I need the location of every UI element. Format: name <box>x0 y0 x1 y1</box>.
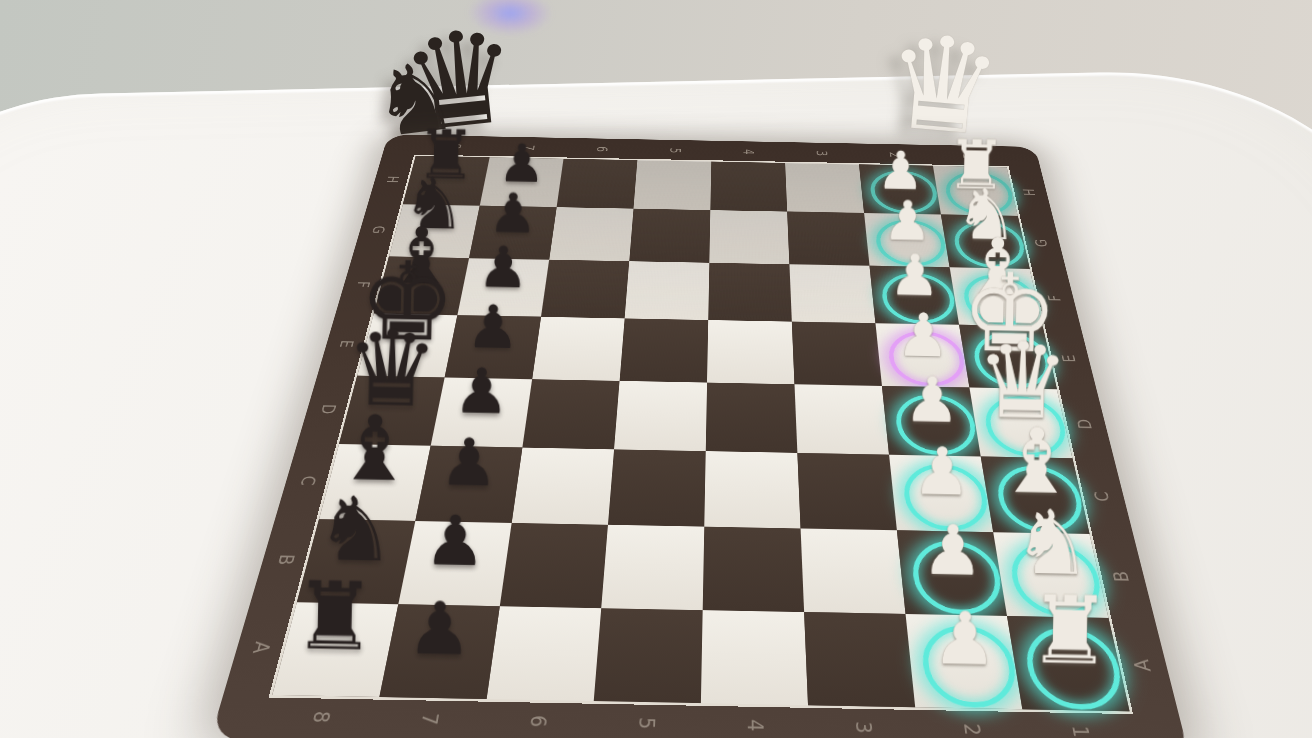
square-a7[interactable]: ♟ <box>379 604 499 699</box>
rank-label-near-4: 4 <box>743 714 767 738</box>
square-a5[interactable] <box>594 608 703 703</box>
file-label-left-H: H <box>382 174 402 186</box>
piece-white-pawn-d2[interactable]: ♟ <box>904 370 961 430</box>
rank-label-near-3: 3 <box>851 716 876 738</box>
square-e5[interactable] <box>620 318 709 382</box>
square-h3[interactable] <box>785 163 864 213</box>
square-b5[interactable] <box>601 525 704 610</box>
rank-label-far-5: 5 <box>667 145 684 156</box>
square-b6[interactable] <box>500 523 608 608</box>
rank-label-near-1: 1 <box>1066 720 1094 738</box>
piece-black-pawn-b7[interactable]: ♟ <box>424 508 487 574</box>
square-f3[interactable] <box>789 264 875 323</box>
square-d6[interactable] <box>522 379 619 449</box>
file-label-left-A: A <box>246 637 275 659</box>
square-b3[interactable] <box>801 528 906 614</box>
piece-black-pawn-e7[interactable]: ♟ <box>466 298 520 355</box>
file-label-right-G: G <box>1032 236 1052 249</box>
square-e3[interactable] <box>792 322 882 386</box>
rank-label-near-6: 6 <box>524 710 550 734</box>
file-label-right-C: C <box>1090 487 1115 505</box>
rank-label-far-3: 3 <box>813 148 830 159</box>
square-h6[interactable] <box>557 159 638 209</box>
square-d3[interactable] <box>795 384 890 454</box>
board-frame: ♜♟♟♜♞♟♟♞♝♟♟♝♚♟♟♚♛♟♟♛♝♟♟♝♞♟♟♞♜♟♟♜ HHGGFFE… <box>210 134 1190 738</box>
piece-white-pawn-e2[interactable]: ♟ <box>896 306 950 363</box>
square-e4[interactable] <box>707 320 794 384</box>
rank-label-near-2: 2 <box>958 718 985 738</box>
square-c5[interactable] <box>608 449 706 526</box>
square-f4[interactable] <box>708 263 792 322</box>
piece-black-pawn-d7[interactable]: ♟ <box>453 361 510 421</box>
square-d4[interactable] <box>706 383 798 453</box>
piece-white-pawn-a2[interactable]: ♟ <box>932 604 998 674</box>
file-label-right-H: H <box>1020 186 1039 198</box>
board-scene: ♜♟♟♜♞♟♟♞♝♟♟♝♚♟♟♚♛♟♟♛♝♟♟♝♞♟♟♞♜♟♟♜ HHGGFFE… <box>0 0 1312 738</box>
square-f5[interactable] <box>625 261 710 320</box>
square-a6[interactable] <box>487 606 602 701</box>
rank-label-far-4: 4 <box>740 147 756 158</box>
rank-label-far-6: 6 <box>593 144 610 155</box>
square-d5[interactable] <box>614 381 707 451</box>
piece-white-knight-b1[interactable]: ♞ <box>1012 500 1093 586</box>
square-c4[interactable] <box>704 451 800 528</box>
square-a3[interactable] <box>804 612 915 707</box>
rank-label-near-7: 7 <box>415 708 443 732</box>
rank-label-near-5: 5 <box>634 712 659 736</box>
piece-black-pawn-c7[interactable]: ♟ <box>439 431 499 494</box>
piece-black-pawn-f7[interactable]: ♟ <box>477 240 529 295</box>
piece-white-rook-a1[interactable]: ♜ <box>1027 586 1113 676</box>
piece-white-pawn-c2[interactable]: ♟ <box>912 440 972 503</box>
photo-root: ♛♞♛ ♜♟♟♜♞♟♟♞♝♟♟♝♚♟♟♚♛♟♟♛♝♟♟♝♞♟♟♞♜♟♟♜ HHG… <box>0 0 1312 738</box>
board-grid: ♜♟♟♜♞♟♟♞♝♟♟♝♚♟♟♚♛♟♟♛♝♟♟♝♞♟♟♞♜♟♟♜ <box>272 156 1129 711</box>
piece-white-pawn-g2[interactable]: ♟ <box>883 195 933 248</box>
square-h5[interactable] <box>633 160 711 210</box>
square-b4[interactable] <box>703 527 804 612</box>
scene-tilt-wrapper: ♛♞♛ ♜♟♟♜♞♟♟♞♝♟♟♝♚♟♟♚♛♟♟♛♝♟♟♝♞♟♟♞♜♟♟♜ HHG… <box>0 0 1312 738</box>
square-a2[interactable]: ♟ <box>906 614 1023 709</box>
piece-black-pawn-g7[interactable]: ♟ <box>488 187 538 240</box>
square-a1[interactable]: ♜ <box>1007 616 1130 711</box>
piece-black-rook-a8[interactable]: ♜ <box>292 571 378 661</box>
piece-black-pawn-a7[interactable]: ♟ <box>406 594 472 664</box>
piece-white-pawn-b2[interactable]: ♟ <box>921 518 984 584</box>
square-c6[interactable] <box>512 448 614 525</box>
square-g3[interactable] <box>787 212 869 266</box>
file-label-right-A: A <box>1129 653 1157 676</box>
square-a8[interactable]: ♜ <box>272 602 398 697</box>
rank-label-near-8: 8 <box>306 706 335 730</box>
square-g6[interactable] <box>549 207 633 261</box>
piece-black-knight-b8[interactable]: ♞ <box>315 487 396 573</box>
square-f6[interactable] <box>541 260 629 319</box>
chessboard: ♜♟♟♜♞♟♟♞♝♟♟♝♚♟♟♚♛♟♟♛♝♟♟♝♞♟♟♞♜♟♟♜ HHGGFFE… <box>210 134 1190 738</box>
square-h4[interactable] <box>710 162 787 212</box>
square-g5[interactable] <box>629 209 710 263</box>
file-label-left-G: G <box>368 224 389 237</box>
square-c3[interactable] <box>797 453 897 530</box>
square-g4[interactable] <box>709 210 789 264</box>
square-a4[interactable] <box>701 610 808 705</box>
square-e6[interactable] <box>532 317 625 381</box>
piece-white-pawn-f2[interactable]: ♟ <box>889 248 941 303</box>
